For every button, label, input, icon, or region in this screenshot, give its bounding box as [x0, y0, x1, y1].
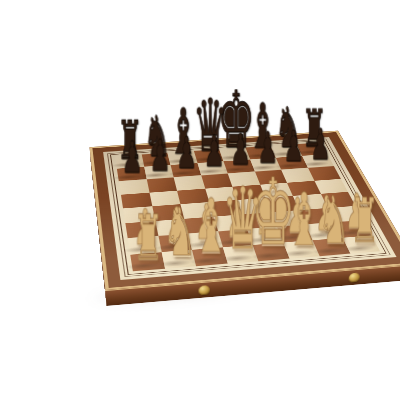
piece-black-pawn[interactable]: ♟ [122, 136, 143, 180]
scene-3d: ♜♞♝♛♚♝♞♜♟♟♟♟♟♟♟♟♟♟♟♟♟♟♟♟♜♞♝♛♚♝♞♜ [0, 0, 400, 400]
brass-clasp-left[interactable] [198, 285, 209, 295]
square-a1[interactable]: ♜ [130, 252, 164, 271]
square-c7[interactable]: ♟ [170, 163, 200, 177]
piece-black-pawn[interactable]: ♟ [230, 128, 251, 171]
piece-black-pawn[interactable]: ♟ [149, 134, 170, 178]
board-left-edge [90, 147, 107, 308]
piece-black-pawn[interactable]: ♟ [310, 123, 331, 166]
board-grid: ♜♞♝♛♚♝♞♜♟♟♟♟♟♟♟♟♟♟♟♟♟♟♟♟♜♞♝♛♚♝♞♜ [115, 142, 380, 271]
square-c1[interactable]: ♝ [192, 247, 227, 266]
photo-stage: ♜♞♝♛♚♝♞♜♟♟♟♟♟♟♟♟♟♟♟♟♟♟♟♟♜♞♝♛♚♝♞♜ [0, 0, 400, 400]
square-a7[interactable]: ♟ [117, 167, 146, 182]
piece-black-pawn[interactable]: ♟ [204, 130, 225, 173]
square-b7[interactable]: ♟ [144, 165, 174, 179]
piece-white-rook[interactable]: ♜ [350, 190, 379, 251]
piece-white-bishop[interactable]: ♝ [194, 190, 230, 264]
piece-white-rook[interactable]: ♜ [133, 206, 163, 269]
piece-black-pawn[interactable]: ♟ [177, 132, 198, 175]
square-h7[interactable]: ♟ [302, 154, 334, 168]
chess-board: ♜♞♝♛♚♝♞♜♟♟♟♟♟♟♟♟♟♟♟♟♟♟♟♟♜♞♝♛♚♝♞♜ [90, 131, 400, 290]
board-margin: ♜♞♝♛♚♝♞♜♟♟♟♟♟♟♟♟♟♟♟♟♟♟♟♟♜♞♝♛♚♝♞♜ [103, 137, 396, 280]
piece-white-knight[interactable]: ♞ [318, 188, 350, 254]
square-b1[interactable]: ♞ [161, 250, 196, 269]
piece-white-knight[interactable]: ♞ [164, 199, 196, 266]
brass-clasp-right[interactable] [348, 272, 360, 282]
